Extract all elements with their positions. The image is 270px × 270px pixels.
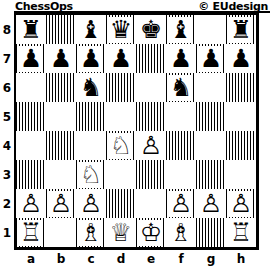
- square-g7[interactable]: ♟: [196, 44, 226, 73]
- square-d7[interactable]: ♟: [106, 44, 136, 73]
- square-a8[interactable]: ♜: [16, 15, 46, 44]
- black-king: ♚: [139, 17, 163, 43]
- square-g1[interactable]: [196, 218, 226, 247]
- white-pawn: ♙: [49, 191, 73, 217]
- square-c2[interactable]: ♙: [76, 189, 106, 218]
- square-h8[interactable]: ♜: [226, 15, 256, 44]
- black-queen: ♛: [109, 17, 133, 43]
- black-bishop: ♝: [79, 17, 103, 43]
- square-c7[interactable]: ♟: [76, 44, 106, 73]
- black-pawn: ♟: [229, 46, 253, 72]
- square-e5[interactable]: [136, 102, 166, 131]
- square-d3[interactable]: [106, 160, 136, 189]
- black-bishop: ♝: [169, 17, 193, 43]
- square-d4[interactable]: ♘: [106, 131, 136, 160]
- rank-label-4: 4: [1, 131, 13, 160]
- square-h2[interactable]: ♙: [226, 189, 256, 218]
- square-g4[interactable]: [196, 131, 226, 160]
- square-g6[interactable]: [196, 73, 226, 102]
- black-pawn: ♟: [199, 46, 223, 72]
- rank-labels: 87654321: [1, 15, 13, 247]
- white-pawn: ♙: [19, 191, 43, 217]
- rank-label-5: 5: [1, 102, 13, 131]
- white-king: ♔: [139, 220, 163, 246]
- rank-label-1: 1: [1, 218, 13, 247]
- file-labels: abcdefgh: [16, 252, 256, 266]
- square-a3[interactable]: [16, 160, 46, 189]
- square-b2[interactable]: ♙: [46, 189, 76, 218]
- square-f6[interactable]: ♞: [166, 73, 196, 102]
- white-pawn: ♙: [199, 191, 223, 217]
- white-rook: ♖: [19, 220, 43, 246]
- square-a6[interactable]: [16, 73, 46, 102]
- square-b3[interactable]: [46, 160, 76, 189]
- black-knight: ♞: [79, 75, 103, 101]
- square-f5[interactable]: [166, 102, 196, 131]
- file-label-d: d: [106, 252, 136, 266]
- black-pawn: ♟: [79, 46, 103, 72]
- square-e8[interactable]: ♚: [136, 15, 166, 44]
- square-f3[interactable]: [166, 160, 196, 189]
- chessops-window: ChessOps © EUdesign 87654321 ♜♝♛♚♝♜♟♟♟♟♟…: [0, 0, 270, 270]
- white-pawn: ♙: [139, 133, 163, 159]
- square-e7[interactable]: [136, 44, 166, 73]
- file-label-f: f: [166, 252, 196, 266]
- white-queen: ♕: [109, 220, 133, 246]
- square-h5[interactable]: [226, 102, 256, 131]
- square-b6[interactable]: [46, 73, 76, 102]
- square-h6[interactable]: [226, 73, 256, 102]
- square-c1[interactable]: ♗: [76, 218, 106, 247]
- file-label-b: b: [46, 252, 76, 266]
- square-d1[interactable]: ♕: [106, 218, 136, 247]
- file-label-g: g: [196, 252, 226, 266]
- square-g8[interactable]: [196, 15, 226, 44]
- chess-board: ♜♝♛♚♝♜♟♟♟♟♟♟♟♞♞♘♙♘♙♙♙♙♙♙♖♗♕♔♗♖: [14, 13, 259, 250]
- square-d5[interactable]: [106, 102, 136, 131]
- square-b8[interactable]: [46, 15, 76, 44]
- square-f4[interactable]: [166, 131, 196, 160]
- black-rook: ♜: [19, 17, 43, 43]
- white-pawn: ♙: [169, 191, 193, 217]
- square-d8[interactable]: ♛: [106, 15, 136, 44]
- black-pawn: ♟: [49, 46, 73, 72]
- square-a1[interactable]: ♖: [16, 218, 46, 247]
- black-pawn: ♟: [19, 46, 43, 72]
- white-bishop: ♗: [79, 220, 103, 246]
- rank-label-2: 2: [1, 189, 13, 218]
- square-e6[interactable]: [136, 73, 166, 102]
- square-b1[interactable]: [46, 218, 76, 247]
- rank-label-7: 7: [1, 44, 13, 73]
- rank-label-8: 8: [1, 15, 13, 44]
- square-a7[interactable]: ♟: [16, 44, 46, 73]
- square-b7[interactable]: ♟: [46, 44, 76, 73]
- black-rook: ♜: [229, 17, 253, 43]
- square-c5[interactable]: [76, 102, 106, 131]
- square-h3[interactable]: [226, 160, 256, 189]
- file-label-c: c: [76, 252, 106, 266]
- square-g3[interactable]: [196, 160, 226, 189]
- square-g2[interactable]: ♙: [196, 189, 226, 218]
- file-label-h: h: [226, 252, 256, 266]
- rank-label-6: 6: [1, 73, 13, 102]
- square-a5[interactable]: [16, 102, 46, 131]
- square-f1[interactable]: ♗: [166, 218, 196, 247]
- white-rook: ♖: [229, 220, 253, 246]
- square-a2[interactable]: ♙: [16, 189, 46, 218]
- file-label-a: a: [16, 252, 46, 266]
- square-h4[interactable]: [226, 131, 256, 160]
- square-f7[interactable]: ♟: [166, 44, 196, 73]
- square-c8[interactable]: ♝: [76, 15, 106, 44]
- square-c6[interactable]: ♞: [76, 73, 106, 102]
- square-e1[interactable]: ♔: [136, 218, 166, 247]
- white-pawn: ♙: [229, 191, 253, 217]
- square-g5[interactable]: [196, 102, 226, 131]
- square-h7[interactable]: ♟: [226, 44, 256, 73]
- square-d6[interactable]: [106, 73, 136, 102]
- square-f8[interactable]: ♝: [166, 15, 196, 44]
- square-h1[interactable]: ♖: [226, 218, 256, 247]
- black-pawn: ♟: [169, 46, 193, 72]
- white-knight: ♘: [79, 162, 103, 188]
- square-e4[interactable]: ♙: [136, 131, 166, 160]
- black-knight: ♞: [169, 75, 193, 101]
- white-pawn: ♙: [79, 191, 103, 217]
- square-a4[interactable]: [16, 131, 46, 160]
- rank-label-3: 3: [1, 160, 13, 189]
- square-c3[interactable]: ♘: [76, 160, 106, 189]
- square-b4[interactable]: [46, 131, 76, 160]
- square-e2[interactable]: [136, 189, 166, 218]
- square-d2[interactable]: [106, 189, 136, 218]
- black-pawn: ♟: [109, 46, 133, 72]
- square-f2[interactable]: ♙: [166, 189, 196, 218]
- white-knight: ♘: [109, 133, 133, 159]
- white-bishop: ♗: [169, 220, 193, 246]
- file-label-e: e: [136, 252, 166, 266]
- square-c4[interactable]: [76, 131, 106, 160]
- square-e3[interactable]: [136, 160, 166, 189]
- square-b5[interactable]: [46, 102, 76, 131]
